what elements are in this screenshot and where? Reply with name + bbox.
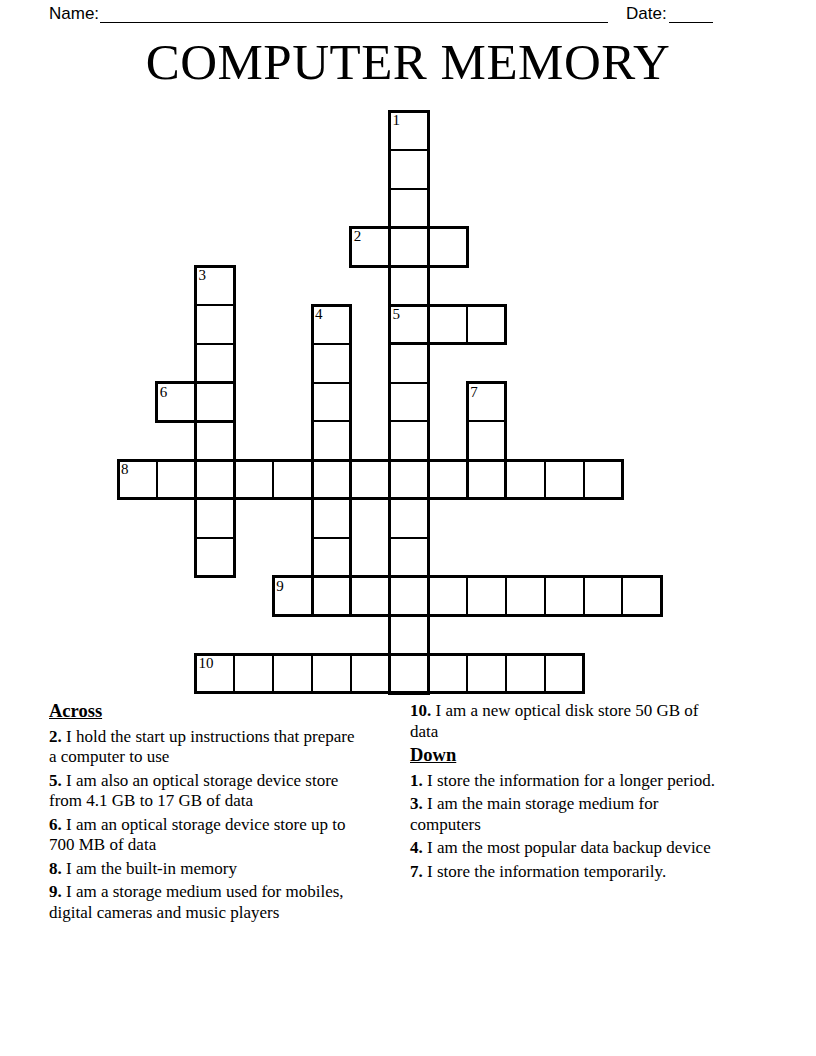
clue-number: 3. <box>410 794 423 813</box>
grid-cell-r7c9[interactable] <box>466 382 507 423</box>
grid-cell-r13c7[interactable] <box>389 614 430 655</box>
grid-cell-r14c9[interactable] <box>466 653 507 694</box>
clue-across-9: 9. I am a storage medium used for mobile… <box>49 882 359 923</box>
grid-cell-r9c12[interactable] <box>583 459 624 500</box>
grid-cell-r14c2[interactable] <box>195 653 236 694</box>
grid-cell-r7c1[interactable] <box>156 382 197 423</box>
grid-cell-r5c5[interactable] <box>311 304 352 345</box>
clue-down-3: 3. I am the main storage medium for comp… <box>410 794 722 835</box>
across-clue-list: 2. I hold the start up instructions that… <box>49 727 359 924</box>
grid-cell-r14c11[interactable] <box>544 653 585 694</box>
grid-cell-r9c6[interactable] <box>350 459 391 500</box>
clue-across-5: 5. I am also an optical storage device s… <box>49 771 359 812</box>
crossword-worksheet: { "game": "crossword", "title": "COMPUTE… <box>0 0 816 1056</box>
down-clue-list: 1. I store the information for a longer … <box>410 771 722 883</box>
grid-cell-r5c9[interactable] <box>466 304 507 345</box>
grid-cell-r12c12[interactable] <box>583 576 624 617</box>
grid-cell-r12c9[interactable] <box>466 576 507 617</box>
grid-cell-r12c11[interactable] <box>544 576 585 617</box>
grid-cell-r9c1[interactable] <box>156 459 197 500</box>
across-clue-list-overflow: 10. I am a new optical disk store 50 GB … <box>410 701 722 742</box>
grid-cell-r14c8[interactable] <box>427 653 468 694</box>
grid-cell-r6c5[interactable] <box>311 343 352 384</box>
grid-cell-r9c9[interactable] <box>466 459 507 500</box>
clue-column-down: 10. I am a new optical disk store 50 GB … <box>410 701 722 885</box>
grid-cell-r12c7[interactable] <box>389 576 430 617</box>
grid-cell-r3c8[interactable] <box>427 226 468 267</box>
grid-cell-r14c10[interactable] <box>505 653 546 694</box>
grid-cell-r6c7[interactable] <box>389 343 430 384</box>
clue-across-2: 2. I hold the start up instructions that… <box>49 727 359 768</box>
grid-cell-r5c8[interactable] <box>427 304 468 345</box>
name-label: Name: <box>49 4 99 24</box>
clue-number: 10. <box>410 701 431 720</box>
grid-cell-r9c3[interactable] <box>233 459 274 500</box>
grid-cell-r12c6[interactable] <box>350 576 391 617</box>
grid-cell-r1c7[interactable] <box>389 149 430 190</box>
grid-cell-r8c2[interactable] <box>195 420 236 461</box>
grid-cell-r8c5[interactable] <box>311 420 352 461</box>
clue-down-7: 7. I store the information temporarily. <box>410 862 722 883</box>
date-line[interactable] <box>669 22 713 23</box>
grid-cell-r14c4[interactable] <box>272 653 313 694</box>
grid-cell-r11c7[interactable] <box>389 537 430 578</box>
grid-cell-r8c9[interactable] <box>466 420 507 461</box>
clue-across-8: 8. I am the built-in memory <box>49 859 359 880</box>
grid-cell-r9c8[interactable] <box>427 459 468 500</box>
crossword-grid: 12345678910 <box>117 110 661 693</box>
clue-down-4: 4. I am the most popular data backup dev… <box>410 838 722 859</box>
grid-cell-r4c2[interactable] <box>195 265 236 306</box>
grid-cell-r8c7[interactable] <box>389 420 430 461</box>
page-title: COMPUTER MEMORY <box>0 33 816 91</box>
grid-cell-r10c7[interactable] <box>389 498 430 539</box>
clue-across-10: 10. I am a new optical disk store 50 GB … <box>410 701 722 742</box>
clue-number: 8. <box>49 859 62 878</box>
grid-cell-r12c13[interactable] <box>621 576 662 617</box>
grid-cell-r7c2[interactable] <box>195 382 236 423</box>
grid-cell-r5c7[interactable] <box>389 304 430 345</box>
grid-cell-r2c7[interactable] <box>389 188 430 229</box>
grid-cell-r9c5[interactable] <box>311 459 352 500</box>
grid-cell-r11c5[interactable] <box>311 537 352 578</box>
clue-down-1: 1. I store the information for a longer … <box>410 771 722 792</box>
clue-number: 4. <box>410 838 423 857</box>
clue-across-6: 6. I am an optical storage device store … <box>49 815 359 856</box>
grid-cell-r5c2[interactable] <box>195 304 236 345</box>
down-heading: Down <box>410 745 722 766</box>
clue-number: 5. <box>49 771 62 790</box>
grid-cell-r3c7[interactable] <box>389 226 430 267</box>
grid-cell-r14c5[interactable] <box>311 653 352 694</box>
grid-cell-r9c11[interactable] <box>544 459 585 500</box>
clue-number: 9. <box>49 882 62 901</box>
grid-cell-r6c2[interactable] <box>195 343 236 384</box>
clue-number: 2. <box>49 727 62 746</box>
grid-cell-r9c0[interactable] <box>117 459 158 500</box>
grid-cell-r7c7[interactable] <box>389 382 430 423</box>
grid-cell-r10c5[interactable] <box>311 498 352 539</box>
across-heading: Across <box>49 701 359 722</box>
clue-number: 1. <box>410 771 423 790</box>
date-label: Date: <box>626 4 667 24</box>
grid-cell-r12c4[interactable] <box>272 576 313 617</box>
grid-cell-r12c5[interactable] <box>311 576 352 617</box>
grid-cell-r3c6[interactable] <box>350 226 391 267</box>
grid-cell-r7c5[interactable] <box>311 382 352 423</box>
grid-cell-r14c7[interactable] <box>389 653 430 694</box>
grid-cell-r9c10[interactable] <box>505 459 546 500</box>
grid-cell-r0c7[interactable] <box>389 110 430 151</box>
clue-column-across: Across 2. I hold the start up instructio… <box>49 701 359 926</box>
grid-cell-r12c10[interactable] <box>505 576 546 617</box>
grid-cell-r10c2[interactable] <box>195 498 236 539</box>
grid-cell-r4c7[interactable] <box>389 265 430 306</box>
grid-cell-r11c2[interactable] <box>195 537 236 578</box>
grid-cell-r9c7[interactable] <box>389 459 430 500</box>
grid-cell-r12c8[interactable] <box>427 576 468 617</box>
grid-cell-r14c3[interactable] <box>233 653 274 694</box>
grid-cell-r9c4[interactable] <box>272 459 313 500</box>
name-line[interactable] <box>100 22 608 23</box>
grid-cell-r9c2[interactable] <box>195 459 236 500</box>
clue-number: 7. <box>410 862 423 881</box>
grid-cell-r14c6[interactable] <box>350 653 391 694</box>
clue-number: 6. <box>49 815 62 834</box>
